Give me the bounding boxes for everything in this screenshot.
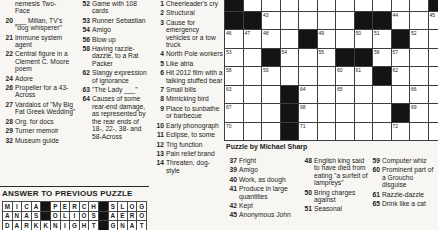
grid-cell: 50 xyxy=(355,30,373,48)
clue: 59Computer whiz xyxy=(369,157,438,164)
grid-cell xyxy=(429,123,438,141)
clue-number: 4 xyxy=(153,50,166,57)
black-square xyxy=(281,86,299,104)
grid-cell xyxy=(244,67,262,85)
clue-number: 6 xyxy=(153,69,166,84)
answer-letter-cell: I xyxy=(61,221,70,230)
clue-text: Kept xyxy=(239,202,299,209)
grid-cell: 68 xyxy=(299,104,317,122)
grid-cell: 52 xyxy=(410,30,428,48)
clue-text: Hit 2012 film with a talking stuffed bea… xyxy=(166,69,223,84)
black-square xyxy=(392,30,410,48)
clue-number: 1 xyxy=(153,0,166,7)
cell-number: 59 xyxy=(263,67,269,73)
grid-cell xyxy=(281,67,299,85)
clue-text: Eclipse, to some xyxy=(166,131,223,138)
clue-text: Museum guide xyxy=(15,137,76,144)
clue-number: 14 xyxy=(153,159,166,174)
cell-number: 63 xyxy=(226,86,232,92)
cell-number: 60 xyxy=(337,67,343,73)
clue-text: Threaten, dog-style xyxy=(166,159,223,174)
clue-text: nemesis Two- Face xyxy=(15,0,76,15)
grid-cell: 70 xyxy=(225,123,243,141)
answer-black-square xyxy=(41,202,50,211)
puzzle-credit: Puzzle by Michael Sharp xyxy=(226,143,307,150)
clue-number: 13 xyxy=(153,150,166,157)
grid-cell xyxy=(281,12,299,30)
grid-cell: 41 xyxy=(392,0,410,11)
clue-number: 32 xyxy=(2,137,15,144)
answer-letter-cell: N xyxy=(51,221,60,230)
clue-text: Razzle-dazzle xyxy=(382,191,438,198)
clue: 65Drink like a cat xyxy=(369,200,438,207)
clue-text: Immune system agent xyxy=(15,34,76,49)
grid-cell xyxy=(336,12,354,30)
grid-cell xyxy=(355,123,373,141)
clue-number: 52 xyxy=(79,0,92,15)
clue: 14Threaten, dog-style xyxy=(153,159,223,174)
grid-cell: 55 xyxy=(318,49,336,67)
clue-text: Vardalos of "My Big Fat Greek Wedding" xyxy=(15,101,76,116)
clue-number: 5 xyxy=(153,60,166,67)
clue: 63"The Lady ___" xyxy=(79,86,149,93)
grid-cell xyxy=(355,86,373,104)
answer-letter-cell: H xyxy=(89,202,98,211)
grid-cell xyxy=(244,86,262,104)
clue: 45Anonymous John xyxy=(226,211,299,218)
clue-number: 48 xyxy=(301,157,314,187)
clue: 20___ Millan, TV's "dog whisperer" xyxy=(2,17,76,32)
clue-text: Work, as dough xyxy=(239,176,299,183)
grid-cell: 46 xyxy=(225,30,243,48)
cell-number: 43 xyxy=(263,12,269,18)
grid-cell xyxy=(281,0,299,11)
clue: 10Early phonograph xyxy=(153,122,223,129)
clue-number: 62 xyxy=(79,69,92,84)
grid-cell xyxy=(355,0,373,11)
grid-cell xyxy=(318,86,336,104)
answer-letter-cell: A xyxy=(109,212,118,221)
grid-cell: 48 xyxy=(262,30,280,48)
black-square xyxy=(281,104,299,122)
answer-letter-cell: C xyxy=(80,202,89,211)
cell-number: 56 xyxy=(374,49,380,55)
clue: 4North Pole workers xyxy=(153,50,223,57)
grid-cell xyxy=(410,49,428,67)
grid-cell: 59 xyxy=(262,67,280,85)
answer-letter-cell: T xyxy=(89,221,98,230)
grid-cell xyxy=(244,49,262,67)
grid-cell: 40 xyxy=(336,0,354,11)
clue-number: 39 xyxy=(226,166,239,173)
black-square xyxy=(355,49,373,67)
grid-cell xyxy=(244,123,262,141)
clue-text: Causes of some rear-end damage, as repre… xyxy=(92,95,149,139)
clue-number: 11 xyxy=(153,131,166,138)
clue: 29Turner memoir xyxy=(2,127,76,134)
clue-number: 21 xyxy=(2,34,15,49)
answer-letter-cell: I xyxy=(70,212,79,221)
cell-number: 51 xyxy=(374,30,380,36)
clue-text: North Pole workers xyxy=(166,50,223,57)
answer-letter-cell: R xyxy=(70,202,79,211)
grid-cell xyxy=(336,104,354,122)
cell-number: 52 xyxy=(411,30,417,36)
across-clues-column-1: nemesis Two- Face20___ Millan, TV's "dog… xyxy=(2,0,76,146)
answer-black-square xyxy=(99,221,108,230)
answer-letter-cell: A xyxy=(32,202,41,211)
clue: nemesis Two- Face xyxy=(2,0,76,15)
clue: 7Small bills xyxy=(153,86,223,93)
grid-cell xyxy=(373,104,391,122)
clue: 3Cause for emergency vehicles or a tow t… xyxy=(153,19,223,49)
clue-number: 59 xyxy=(369,157,382,164)
clue-number: 3 xyxy=(153,19,166,49)
clue: 40Work, as dough xyxy=(226,176,299,183)
clue-text: Amigo xyxy=(92,26,149,33)
clue: 22Central figure in a Clement C. Moore p… xyxy=(2,50,76,72)
cell-number: 45 xyxy=(430,12,436,18)
grid-cell xyxy=(429,86,438,104)
clue-number: 54 xyxy=(79,26,92,33)
grid-cell xyxy=(262,123,280,141)
answer-letter-cell: O xyxy=(128,202,137,211)
clue: 32Museum guide xyxy=(2,137,76,144)
answer-letter-cell: L xyxy=(61,212,70,221)
clue-number: 50 xyxy=(301,189,314,204)
answer-letter-cell: R xyxy=(128,212,137,221)
clue-text: Produce in large quantities xyxy=(239,185,299,200)
grid-cell: 67 xyxy=(225,104,243,122)
clue-text: Bring charges against xyxy=(314,189,368,204)
clue-number: 29 xyxy=(2,127,15,134)
answer-letter-cell: H xyxy=(80,221,89,230)
clue-text: Anonymous John xyxy=(239,211,299,218)
clue-number: 63 xyxy=(79,86,92,93)
clue-text: Trig function xyxy=(166,141,223,148)
clue: 41Produce in large quantities xyxy=(226,185,299,200)
cell-number: 58 xyxy=(226,67,232,73)
answer-letter-cell: K xyxy=(32,221,41,230)
clue-number: 9 xyxy=(153,105,166,120)
clue: 56Blow up xyxy=(79,36,149,43)
clue-number: 22 xyxy=(2,50,15,72)
crossword-grid: 3839404142434445464748495051525354555657… xyxy=(224,0,438,141)
clue: 48English king said to have died from ea… xyxy=(301,157,368,187)
clue-text: Fright xyxy=(239,157,299,164)
black-square xyxy=(392,104,410,122)
grid-cell xyxy=(244,104,262,122)
answer-letter-cell: E xyxy=(61,202,70,211)
answer-letter-cell: G xyxy=(137,202,146,211)
grid-cell: 38 xyxy=(244,0,262,11)
answer-letter-cell: T xyxy=(137,221,146,230)
clue-text: Seasonal xyxy=(314,205,368,212)
grid-cell xyxy=(318,67,336,85)
clue-number: 64 xyxy=(79,95,92,139)
clue-number: 51 xyxy=(301,205,314,212)
grid-cell: 54 xyxy=(281,49,299,67)
grid-cell: 72 xyxy=(392,123,410,141)
answer-letter-cell: D xyxy=(3,221,12,230)
clue-text: Cause for emergency vehicles or a tow tr… xyxy=(166,19,223,49)
grid-cell: 66 xyxy=(410,86,428,104)
grid-cell: 71 xyxy=(299,123,317,141)
answer-letter-cell: G xyxy=(109,221,118,230)
cell-number: 69 xyxy=(411,104,417,110)
grid-cell xyxy=(299,12,317,30)
grid-cell: 61 xyxy=(355,67,373,85)
clue: 52Game with 108 cards xyxy=(79,0,149,15)
clue-text: Propeller for a 43-Across xyxy=(15,84,76,99)
black-square xyxy=(373,67,391,85)
cell-number: 70 xyxy=(226,123,232,129)
clue-number: 56 xyxy=(79,36,92,43)
down-clues-column: 1Cheerleader's cry2Structural3Cause for … xyxy=(153,0,223,230)
clue-number: 20 xyxy=(2,17,15,32)
grid-cell xyxy=(336,123,354,141)
answer-letter-cell: O xyxy=(137,212,146,221)
clue: 24Adore xyxy=(2,75,76,82)
clue: 50Bring charges against xyxy=(301,189,368,204)
clue-number: 65 xyxy=(369,200,382,207)
answer-letter-cell: A xyxy=(13,221,22,230)
grid-cell xyxy=(429,67,438,85)
clue: 12Trig function xyxy=(153,141,223,148)
clue: 6Hit 2012 film with a talking stuffed be… xyxy=(153,69,223,84)
clue: 58Having razzle-dazzle, to a Rat Packer xyxy=(79,45,149,67)
clue-text: Like atria xyxy=(166,60,223,67)
answer-letter-cell: A xyxy=(3,212,12,221)
grid-cell: 64 xyxy=(299,86,317,104)
grid-cell xyxy=(410,12,428,30)
grid-cell xyxy=(262,0,280,11)
answer-letter-cell: G xyxy=(70,221,79,230)
answer-letter-cell: S xyxy=(89,212,98,221)
clue: 2Structural xyxy=(153,9,223,16)
clue-number: 60 xyxy=(369,166,382,188)
answer-letter-cell: R xyxy=(22,221,31,230)
clue: 54Amigo xyxy=(79,26,149,33)
clue-number: 61 xyxy=(369,191,382,198)
clue-number: 24 xyxy=(2,75,15,82)
black-square xyxy=(299,30,317,48)
newspaper-crossword-page: { "game": "crossword", "credit": "Puzzle… xyxy=(0,0,438,230)
cell-number: 49 xyxy=(319,30,325,36)
clue-text: Central figure in a Clement C. Moore poe… xyxy=(15,50,76,72)
cell-number: 64 xyxy=(300,86,306,92)
clue-number: 37 xyxy=(226,157,239,164)
clue-text: Having razzle-dazzle, to a Rat Packer xyxy=(92,45,149,67)
black-square xyxy=(244,12,262,30)
clue-number: 53 xyxy=(79,17,92,24)
grid-cell: 62 xyxy=(392,67,410,85)
answer-letter-cell: S xyxy=(32,212,41,221)
clue-text: "The Lady ___" xyxy=(92,86,149,93)
clue-text: Blow up xyxy=(92,36,149,43)
grid-cell: 58 xyxy=(225,67,243,85)
clue-text: Org. for docs xyxy=(15,118,76,125)
clue-text: Place to sunbathe or barbecue xyxy=(166,105,223,120)
clue-number: 42 xyxy=(226,202,239,209)
grid-cell xyxy=(429,104,438,122)
black-square xyxy=(373,12,391,30)
grid-cell xyxy=(355,104,373,122)
answer-black-square xyxy=(41,212,50,221)
clue-text: Cheerleader's cry xyxy=(166,0,223,7)
clue-text: Turner memoir xyxy=(15,127,76,134)
answer-letter-cell: E xyxy=(118,212,127,221)
grid-cell: 65 xyxy=(336,86,354,104)
answer-black-square xyxy=(99,202,108,211)
clue: 26Propeller for a 43-Across xyxy=(2,84,76,99)
grid-cell: 56 xyxy=(373,49,391,67)
clue: 9Place to sunbathe or barbecue xyxy=(153,105,223,120)
grid-cell xyxy=(318,123,336,141)
previous-answer-grid: MICAPERCHSLOGANASOLIOSAERODARKKNIGHTGNAT xyxy=(2,201,147,230)
grid-cell: 49 xyxy=(318,30,336,48)
grid-cell: 53 xyxy=(225,49,243,67)
grid-cell xyxy=(299,67,317,85)
answer-letter-cell: L xyxy=(118,202,127,211)
cell-number: 67 xyxy=(226,104,232,110)
clue-text: Structural xyxy=(166,9,223,16)
clue-number: 58 xyxy=(79,45,92,67)
grid-cell: 42 xyxy=(410,0,428,11)
cell-number: 57 xyxy=(393,49,399,55)
clue: 13Pain relief brand xyxy=(153,150,223,157)
clue: 51Seasonal xyxy=(301,205,368,212)
clue-number: 12 xyxy=(153,141,166,148)
grid-cell xyxy=(373,86,391,104)
clue: 21Immune system agent xyxy=(2,34,76,49)
grid-cell xyxy=(429,30,438,48)
grid-cell: 69 xyxy=(410,104,428,122)
clue-number: 2 xyxy=(153,9,166,16)
clue: 42Kept xyxy=(226,202,299,209)
clue: 11Eclipse, to some xyxy=(153,131,223,138)
clue: 53Runner Sebastian xyxy=(79,17,149,24)
grid-cell xyxy=(373,123,391,141)
clue: 28Org. for docs xyxy=(2,118,76,125)
grid-cell: 51 xyxy=(373,30,391,48)
clue-text: Adore xyxy=(15,75,76,82)
cell-number: 50 xyxy=(356,30,362,36)
black-square xyxy=(225,12,243,30)
cell-number: 47 xyxy=(245,30,251,36)
answer-letter-cell: N xyxy=(13,212,22,221)
clue: 60Prominent part of a Groucho disguise xyxy=(369,166,438,188)
clue-number: 26 xyxy=(2,84,15,99)
grid-cell: 47 xyxy=(244,30,262,48)
crossword-grid-clip: 3839404142434445464748495051525354555657… xyxy=(224,0,438,141)
clue-number: 7 xyxy=(153,86,166,93)
black-square xyxy=(429,0,438,11)
cell-number: 54 xyxy=(282,49,288,55)
grid-cell: 57 xyxy=(392,49,410,67)
grid-cell: 44 xyxy=(392,12,410,30)
cell-number: 66 xyxy=(411,86,417,92)
cell-number: 48 xyxy=(263,30,269,36)
answer-letter-cell: S xyxy=(109,202,118,211)
cell-number: 55 xyxy=(319,49,325,55)
across-clues-column-2: 52Game with 108 cards53Runner Sebastian5… xyxy=(79,0,149,142)
grid-cell: 45 xyxy=(429,12,438,30)
clue-text: Prominent part of a Groucho disguise xyxy=(382,166,438,188)
cell-number: 71 xyxy=(300,123,306,129)
grid-cell: 39 xyxy=(318,0,336,11)
clue-text: Early phonograph xyxy=(166,122,223,129)
grid-cell xyxy=(318,12,336,30)
clue: 39Amigo xyxy=(226,166,299,173)
grid-cell xyxy=(299,0,317,11)
clue-number: 45 xyxy=(226,211,239,218)
clue-text: Mimicking bird xyxy=(166,95,223,102)
clue-text: Computer whiz xyxy=(382,157,438,164)
clue-number: 10 xyxy=(153,122,166,129)
clue-text: Amigo xyxy=(239,166,299,173)
grid-cell xyxy=(262,104,280,122)
answer-section-rule xyxy=(0,186,149,187)
clue-text: Slangy expression of ignorance xyxy=(92,69,149,84)
answer-section-header: ANSWER TO PREVIOUS PUZZLE xyxy=(2,189,133,198)
black-square xyxy=(336,49,354,67)
answer-letter-cell: I xyxy=(13,202,22,211)
clue-text: Game with 108 cards xyxy=(92,0,149,15)
cell-number: 44 xyxy=(393,12,399,18)
clue-text: Pain relief brand xyxy=(166,150,223,157)
grid-cell xyxy=(336,30,354,48)
black-square xyxy=(355,12,373,30)
clue-number: 28 xyxy=(2,118,15,125)
answer-letter-cell: O xyxy=(80,212,89,221)
cell-number: 72 xyxy=(393,123,399,129)
clue: 61Razzle-dazzle xyxy=(369,191,438,198)
grid-cell: 63 xyxy=(225,86,243,104)
clue: 27Vardalos of "My Big Fat Greek Wedding" xyxy=(2,101,76,116)
grid-cell xyxy=(429,49,438,67)
clue-number: 41 xyxy=(226,185,239,200)
clue-text: ___ Millan, TV's "dog whisperer" xyxy=(15,17,76,32)
grid-cell xyxy=(318,104,336,122)
answer-black-square xyxy=(99,212,108,221)
clue: 1Cheerleader's cry xyxy=(153,0,223,7)
clue-number: 40 xyxy=(226,176,239,183)
answer-letter-cell: A xyxy=(128,221,137,230)
grid-cell: 60 xyxy=(336,67,354,85)
black-square xyxy=(281,123,299,141)
clue-text: English king said to have died from eati… xyxy=(314,157,368,187)
clue: 8Mimicking bird xyxy=(153,95,223,102)
answer-letter-cell: P xyxy=(51,202,60,211)
grid-cell xyxy=(373,0,391,11)
answer-letter-cell: A xyxy=(22,212,31,221)
answer-letter-cell: O xyxy=(51,212,60,221)
clue-text: Small bills xyxy=(166,86,223,93)
clue-number xyxy=(2,0,15,15)
clue: 37Fright xyxy=(226,157,299,164)
down-clues-column-right2: 59Computer whiz60Prominent part of a Gro… xyxy=(369,157,438,209)
grid-cell xyxy=(262,86,280,104)
black-square xyxy=(262,49,280,67)
clue-number: 8 xyxy=(153,95,166,102)
cell-number: 68 xyxy=(300,104,306,110)
clue-number: 27 xyxy=(2,101,15,116)
clue-text: Runner Sebastian xyxy=(92,17,149,24)
answer-letter-cell: K xyxy=(41,221,50,230)
clue: 64Causes of some rear-end damage, as rep… xyxy=(79,95,149,139)
answer-letter-cell: N xyxy=(118,221,127,230)
